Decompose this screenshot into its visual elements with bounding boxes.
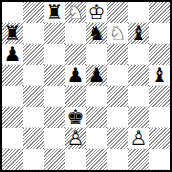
square-f8[interactable]: [107, 2, 128, 23]
square-e2[interactable]: [86, 128, 107, 149]
square-f4[interactable]: [107, 86, 128, 107]
square-h8[interactable]: [149, 2, 170, 23]
square-g3[interactable]: [128, 107, 149, 128]
square-c3[interactable]: [44, 107, 65, 128]
square-f7[interactable]: ♞♘: [107, 23, 128, 44]
white-pawn-fill: ♟: [65, 128, 86, 149]
square-g4[interactable]: [128, 86, 149, 107]
square-f3[interactable]: [107, 107, 128, 128]
square-g5[interactable]: [128, 65, 149, 86]
square-a1[interactable]: [2, 149, 23, 170]
square-a8[interactable]: [2, 2, 23, 23]
square-e6[interactable]: [86, 44, 107, 65]
white-pawn-fill: ♟: [128, 128, 149, 149]
square-b7[interactable]: [23, 23, 44, 44]
square-h1[interactable]: [149, 149, 170, 170]
square-e7[interactable]: ♞: [86, 23, 107, 44]
black-bishop-g7[interactable]: ♝: [128, 23, 149, 44]
square-e4[interactable]: [86, 86, 107, 107]
chess-board: ♜♞♘♚♔♜♞♞♘♝♟♟♟♝♚♟♙♟♙: [2, 2, 170, 170]
square-b8[interactable]: [23, 2, 44, 23]
black-king-d3[interactable]: ♚: [65, 107, 86, 128]
square-c5[interactable]: [44, 65, 65, 86]
square-d2[interactable]: ♟♙: [65, 128, 86, 149]
square-b1[interactable]: [23, 149, 44, 170]
square-e8[interactable]: ♚♔: [86, 2, 107, 23]
square-c7[interactable]: [44, 23, 65, 44]
square-b3[interactable]: [23, 107, 44, 128]
black-knight-e7[interactable]: ♞: [86, 23, 107, 44]
white-pawn-d2[interactable]: ♙: [65, 128, 86, 149]
square-b4[interactable]: [23, 86, 44, 107]
square-d4[interactable]: [65, 86, 86, 107]
chess-board-frame: ♜♞♘♚♔♜♞♞♘♝♟♟♟♝♚♟♙♟♙: [0, 0, 172, 172]
square-f5[interactable]: [107, 65, 128, 86]
square-d5[interactable]: ♟: [65, 65, 86, 86]
square-h4[interactable]: [149, 86, 170, 107]
white-knight-f7[interactable]: ♘: [107, 23, 128, 44]
square-f1[interactable]: [107, 149, 128, 170]
square-d8[interactable]: ♞♘: [65, 2, 86, 23]
white-king-e8[interactable]: ♔: [86, 2, 107, 23]
square-f2[interactable]: [107, 128, 128, 149]
square-e5[interactable]: ♟: [86, 65, 107, 86]
white-knight-d8[interactable]: ♘: [65, 2, 86, 23]
square-h6[interactable]: [149, 44, 170, 65]
square-a7[interactable]: ♜: [2, 23, 23, 44]
square-c2[interactable]: [44, 128, 65, 149]
square-h2[interactable]: [149, 128, 170, 149]
black-rook-c8[interactable]: ♜: [44, 2, 65, 23]
square-a2[interactable]: [2, 128, 23, 149]
square-d6[interactable]: [65, 44, 86, 65]
square-g8[interactable]: [128, 2, 149, 23]
square-g2[interactable]: ♟♙: [128, 128, 149, 149]
square-b2[interactable]: [23, 128, 44, 149]
black-rook-a7[interactable]: ♜: [2, 23, 23, 44]
square-c8[interactable]: ♜: [44, 2, 65, 23]
white-knight-fill: ♞: [107, 23, 128, 44]
black-pawn-d5[interactable]: ♟: [65, 65, 86, 86]
square-a3[interactable]: [2, 107, 23, 128]
black-bishop-h5[interactable]: ♝: [149, 65, 170, 86]
black-pawn-a6[interactable]: ♟: [2, 44, 23, 65]
square-g1[interactable]: [128, 149, 149, 170]
square-h5[interactable]: ♝: [149, 65, 170, 86]
square-e3[interactable]: [86, 107, 107, 128]
square-a4[interactable]: [2, 86, 23, 107]
square-d3[interactable]: ♚: [65, 107, 86, 128]
square-c1[interactable]: [44, 149, 65, 170]
square-d1[interactable]: [65, 149, 86, 170]
white-pawn-g2[interactable]: ♙: [128, 128, 149, 149]
square-h7[interactable]: [149, 23, 170, 44]
square-a6[interactable]: ♟: [2, 44, 23, 65]
white-king-fill: ♚: [86, 2, 107, 23]
white-knight-fill: ♞: [65, 2, 86, 23]
square-b5[interactable]: [23, 65, 44, 86]
square-f6[interactable]: [107, 44, 128, 65]
square-d7[interactable]: [65, 23, 86, 44]
square-a5[interactable]: [2, 65, 23, 86]
square-c6[interactable]: [44, 44, 65, 65]
square-e1[interactable]: [86, 149, 107, 170]
square-g7[interactable]: ♝: [128, 23, 149, 44]
black-pawn-e5[interactable]: ♟: [86, 65, 107, 86]
square-h3[interactable]: [149, 107, 170, 128]
square-g6[interactable]: [128, 44, 149, 65]
square-b6[interactable]: [23, 44, 44, 65]
square-c4[interactable]: [44, 86, 65, 107]
